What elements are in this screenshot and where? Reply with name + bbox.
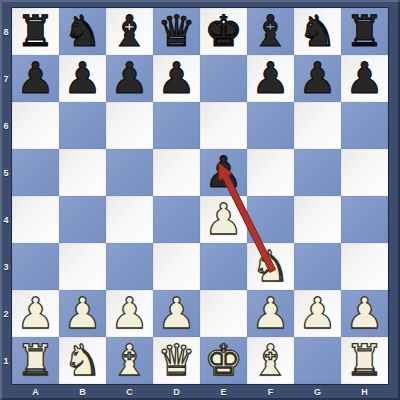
square-h7[interactable]: ♟ [341, 55, 388, 102]
square-h3[interactable] [341, 243, 388, 290]
piece-black-rook[interactable]: ♜ [16, 8, 55, 55]
chess-board: ♜♞♝♛♚♝♞♜♟♟♟♟♟♟♟♟♟♞♟♟♟♟♟♟♟♜♞♝♛♚♝♜ [12, 8, 388, 384]
square-h1[interactable]: ♜ [341, 337, 388, 384]
piece-black-king[interactable]: ♚ [204, 8, 243, 55]
square-a7[interactable]: ♟ [12, 55, 59, 102]
piece-black-knight[interactable]: ♞ [298, 8, 337, 55]
piece-white-pawn[interactable]: ♟ [298, 290, 337, 337]
file-label-g: G [294, 384, 341, 400]
square-d1[interactable]: ♛ [153, 337, 200, 384]
square-e6[interactable] [200, 102, 247, 149]
square-f4[interactable] [247, 196, 294, 243]
square-d8[interactable]: ♛ [153, 8, 200, 55]
square-b7[interactable]: ♟ [59, 55, 106, 102]
square-d3[interactable] [153, 243, 200, 290]
square-a2[interactable]: ♟ [12, 290, 59, 337]
piece-black-rook[interactable]: ♜ [345, 8, 384, 55]
piece-black-bishop[interactable]: ♝ [110, 8, 149, 55]
piece-white-rook[interactable]: ♜ [345, 337, 384, 384]
square-h5[interactable] [341, 149, 388, 196]
square-a4[interactable] [12, 196, 59, 243]
piece-white-pawn[interactable]: ♟ [63, 290, 102, 337]
square-e8[interactable]: ♚ [200, 8, 247, 55]
square-g1[interactable] [294, 337, 341, 384]
square-c8[interactable]: ♝ [106, 8, 153, 55]
piece-white-pawn[interactable]: ♟ [110, 290, 149, 337]
square-b6[interactable] [59, 102, 106, 149]
piece-black-queen[interactable]: ♛ [157, 8, 196, 55]
piece-white-pawn[interactable]: ♟ [345, 290, 384, 337]
square-b2[interactable]: ♟ [59, 290, 106, 337]
square-a6[interactable] [12, 102, 59, 149]
square-g7[interactable]: ♟ [294, 55, 341, 102]
square-g2[interactable]: ♟ [294, 290, 341, 337]
piece-white-bishop[interactable]: ♝ [110, 337, 149, 384]
piece-black-knight[interactable]: ♞ [63, 8, 102, 55]
rank-label-6: 6 [0, 102, 12, 149]
piece-white-pawn[interactable]: ♟ [157, 290, 196, 337]
square-b8[interactable]: ♞ [59, 8, 106, 55]
rank-label-4: 4 [0, 196, 12, 243]
file-label-a: A [12, 384, 59, 400]
square-f5[interactable] [247, 149, 294, 196]
square-d5[interactable] [153, 149, 200, 196]
square-f3[interactable]: ♞ [247, 243, 294, 290]
file-label-f: F [247, 384, 294, 400]
square-c4[interactable] [106, 196, 153, 243]
square-f8[interactable]: ♝ [247, 8, 294, 55]
square-b1[interactable]: ♞ [59, 337, 106, 384]
rank-label-7: 7 [0, 55, 12, 102]
square-f2[interactable]: ♟ [247, 290, 294, 337]
square-g8[interactable]: ♞ [294, 8, 341, 55]
square-a5[interactable] [12, 149, 59, 196]
piece-black-pawn[interactable]: ♟ [63, 55, 102, 102]
piece-black-pawn[interactable]: ♟ [345, 55, 384, 102]
rank-label-5: 5 [0, 149, 12, 196]
square-b4[interactable] [59, 196, 106, 243]
rank-label-2: 2 [0, 290, 12, 337]
piece-black-pawn[interactable]: ♟ [298, 55, 337, 102]
square-h2[interactable]: ♟ [341, 290, 388, 337]
piece-black-pawn[interactable]: ♟ [204, 149, 243, 196]
rank-label-3: 3 [0, 243, 12, 290]
square-f6[interactable] [247, 102, 294, 149]
file-label-e: E [200, 384, 247, 400]
rank-label-1: 1 [0, 337, 12, 384]
square-a3[interactable] [12, 243, 59, 290]
square-c5[interactable] [106, 149, 153, 196]
square-g6[interactable] [294, 102, 341, 149]
square-e5[interactable]: ♟ [200, 149, 247, 196]
square-h4[interactable] [341, 196, 388, 243]
piece-black-pawn[interactable]: ♟ [16, 55, 55, 102]
square-a1[interactable]: ♜ [12, 337, 59, 384]
square-e2[interactable] [200, 290, 247, 337]
file-label-h: H [341, 384, 388, 400]
square-f1[interactable]: ♝ [247, 337, 294, 384]
square-d4[interactable] [153, 196, 200, 243]
square-g4[interactable] [294, 196, 341, 243]
square-e1[interactable]: ♚ [200, 337, 247, 384]
piece-white-pawn[interactable]: ♟ [16, 290, 55, 337]
piece-black-bishop[interactable]: ♝ [251, 8, 290, 55]
square-d7[interactable]: ♟ [153, 55, 200, 102]
square-e4[interactable]: ♟ [200, 196, 247, 243]
piece-white-knight[interactable]: ♞ [251, 243, 290, 290]
file-label-c: C [106, 384, 153, 400]
piece-white-knight[interactable]: ♞ [63, 337, 102, 384]
square-c2[interactable]: ♟ [106, 290, 153, 337]
square-h8[interactable]: ♜ [341, 8, 388, 55]
piece-black-pawn[interactable]: ♟ [110, 55, 149, 102]
piece-white-rook[interactable]: ♜ [16, 337, 55, 384]
piece-black-pawn[interactable]: ♟ [157, 55, 196, 102]
square-h6[interactable] [341, 102, 388, 149]
rank-label-8: 8 [0, 8, 12, 55]
square-c1[interactable]: ♝ [106, 337, 153, 384]
square-c6[interactable] [106, 102, 153, 149]
square-c7[interactable]: ♟ [106, 55, 153, 102]
file-label-d: D [153, 384, 200, 400]
square-a8[interactable]: ♜ [12, 8, 59, 55]
square-e7[interactable] [200, 55, 247, 102]
square-c3[interactable] [106, 243, 153, 290]
piece-white-bishop[interactable]: ♝ [251, 337, 290, 384]
square-b5[interactable] [59, 149, 106, 196]
piece-white-pawn[interactable]: ♟ [251, 290, 290, 337]
square-d6[interactable] [153, 102, 200, 149]
square-d2[interactable]: ♟ [153, 290, 200, 337]
piece-white-king[interactable]: ♚ [204, 337, 243, 384]
piece-white-pawn[interactable]: ♟ [204, 196, 243, 243]
piece-black-pawn[interactable]: ♟ [251, 55, 290, 102]
file-label-b: B [59, 384, 106, 400]
square-f7[interactable]: ♟ [247, 55, 294, 102]
square-g5[interactable] [294, 149, 341, 196]
square-e3[interactable] [200, 243, 247, 290]
board-frame: ♜♞♝♛♚♝♞♜♟♟♟♟♟♟♟♟♟♞♟♟♟♟♟♟♟♜♞♝♛♚♝♜ 8765432… [0, 0, 400, 400]
square-b3[interactable] [59, 243, 106, 290]
square-g3[interactable] [294, 243, 341, 290]
piece-white-queen[interactable]: ♛ [157, 337, 196, 384]
